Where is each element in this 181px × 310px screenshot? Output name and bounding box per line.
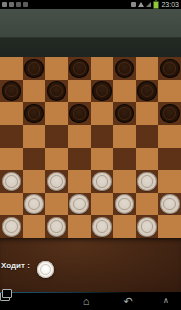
square-d8[interactable] <box>68 57 91 80</box>
square-h4[interactable] <box>158 148 181 171</box>
square-g7[interactable] <box>136 80 159 103</box>
square-f1 <box>113 215 136 238</box>
white-piece[interactable] <box>69 194 89 214</box>
black-piece[interactable] <box>160 59 180 79</box>
square-h3 <box>158 170 181 193</box>
square-f8[interactable] <box>113 57 136 80</box>
square-c3[interactable] <box>45 170 68 193</box>
black-piece[interactable] <box>2 81 22 101</box>
square-c5[interactable] <box>45 125 68 148</box>
checkers-board[interactable] <box>0 57 181 238</box>
status-bar-system-icons: 23:03 <box>131 0 181 9</box>
white-piece[interactable] <box>2 217 22 237</box>
square-e3[interactable] <box>91 170 114 193</box>
square-a8 <box>0 57 23 80</box>
square-d1 <box>68 215 91 238</box>
status-time: 23:03 <box>161 0 179 9</box>
square-d7 <box>68 80 91 103</box>
square-f2[interactable] <box>113 193 136 216</box>
square-g3[interactable] <box>136 170 159 193</box>
recent-apps-icon[interactable] <box>0 292 10 301</box>
battery-icon <box>153 1 159 9</box>
square-e7[interactable] <box>91 80 114 103</box>
black-piece[interactable] <box>92 81 112 101</box>
square-d4[interactable] <box>68 148 91 171</box>
white-piece[interactable] <box>92 172 112 192</box>
square-h1 <box>158 215 181 238</box>
square-a6 <box>0 102 23 125</box>
square-a7[interactable] <box>0 80 23 103</box>
square-g2 <box>136 193 159 216</box>
notification-icon-4 <box>23 2 28 7</box>
square-h6[interactable] <box>158 102 181 125</box>
notification-icon-1 <box>2 2 7 7</box>
square-a5[interactable] <box>0 125 23 148</box>
square-f3 <box>113 170 136 193</box>
square-e8 <box>91 57 114 80</box>
square-c8 <box>45 57 68 80</box>
white-piece[interactable] <box>47 217 67 237</box>
white-piece[interactable] <box>24 194 44 214</box>
status-bar-notifications <box>0 2 28 7</box>
square-f5 <box>113 125 136 148</box>
black-piece[interactable] <box>115 104 135 124</box>
square-c1[interactable] <box>45 215 68 238</box>
turn-label: Ходит : <box>0 261 30 270</box>
square-b2[interactable] <box>23 193 46 216</box>
square-e1[interactable] <box>91 215 114 238</box>
square-d6[interactable] <box>68 102 91 125</box>
white-piece[interactable] <box>92 217 112 237</box>
android-screen: 23:03 Ходит : ⌂ ↶ ∧ <box>0 0 181 310</box>
notification-icon-3 <box>16 2 21 7</box>
square-h8[interactable] <box>158 57 181 80</box>
square-b8[interactable] <box>23 57 46 80</box>
signal-icon <box>146 2 151 7</box>
black-piece[interactable] <box>137 81 157 101</box>
square-c4 <box>45 148 68 171</box>
square-e6 <box>91 102 114 125</box>
home-icon[interactable]: ⌂ <box>79 292 93 310</box>
black-piece[interactable] <box>160 104 180 124</box>
square-b4[interactable] <box>23 148 46 171</box>
square-d5 <box>68 125 91 148</box>
square-a2 <box>0 193 23 216</box>
back-icon[interactable]: ↶ <box>121 292 135 310</box>
square-e2 <box>91 193 114 216</box>
turn-indicator-white-piece <box>37 261 54 278</box>
square-b1 <box>23 215 46 238</box>
square-c7[interactable] <box>45 80 68 103</box>
alarm-icon <box>131 2 136 7</box>
black-piece[interactable] <box>69 104 89 124</box>
square-a3[interactable] <box>0 170 23 193</box>
square-g8 <box>136 57 159 80</box>
square-g1[interactable] <box>136 215 159 238</box>
square-c6 <box>45 102 68 125</box>
menu-chevron-icon[interactable]: ∧ <box>159 292 173 310</box>
square-f7 <box>113 80 136 103</box>
square-h7 <box>158 80 181 103</box>
square-b7 <box>23 80 46 103</box>
white-piece[interactable] <box>137 217 157 237</box>
square-h5 <box>158 125 181 148</box>
square-b5 <box>23 125 46 148</box>
white-piece[interactable] <box>137 172 157 192</box>
white-piece[interactable] <box>2 172 22 192</box>
square-e5[interactable] <box>91 125 114 148</box>
square-a4 <box>0 148 23 171</box>
square-e4 <box>91 148 114 171</box>
square-g4 <box>136 148 159 171</box>
square-b6[interactable] <box>23 102 46 125</box>
square-f4[interactable] <box>113 148 136 171</box>
square-f6[interactable] <box>113 102 136 125</box>
navigation-bar: ⌂ ↶ ∧ <box>0 292 181 310</box>
status-bar: 23:03 <box>0 0 181 9</box>
turn-panel: Ходит : <box>0 238 181 292</box>
black-piece[interactable] <box>115 59 135 79</box>
square-c2 <box>45 193 68 216</box>
square-a1[interactable] <box>0 215 23 238</box>
white-piece[interactable] <box>47 172 67 192</box>
square-b3 <box>23 170 46 193</box>
black-piece[interactable] <box>69 59 89 79</box>
notification-icon-2 <box>9 2 14 7</box>
wifi-icon <box>138 2 144 7</box>
black-piece[interactable] <box>47 81 67 101</box>
black-piece[interactable] <box>24 104 44 124</box>
app-background <box>0 9 181 57</box>
square-g6 <box>136 102 159 125</box>
white-piece[interactable] <box>115 194 135 214</box>
black-piece[interactable] <box>24 59 44 79</box>
white-piece[interactable] <box>160 194 180 214</box>
square-d2[interactable] <box>68 193 91 216</box>
square-g5[interactable] <box>136 125 159 148</box>
square-h2[interactable] <box>158 193 181 216</box>
square-d3 <box>68 170 91 193</box>
